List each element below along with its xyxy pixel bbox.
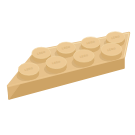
stud: LEGO	[101, 43, 122, 60]
stud: LEGO	[46, 56, 67, 73]
stud: LEGO	[74, 50, 95, 67]
stud: LEGO	[57, 42, 76, 58]
product-image: LEGO LEGO LEGO LE	[0, 0, 135, 135]
lego-plate-render: LEGO LEGO LEGO LE	[0, 0, 135, 135]
stud: LEGO	[19, 63, 40, 80]
